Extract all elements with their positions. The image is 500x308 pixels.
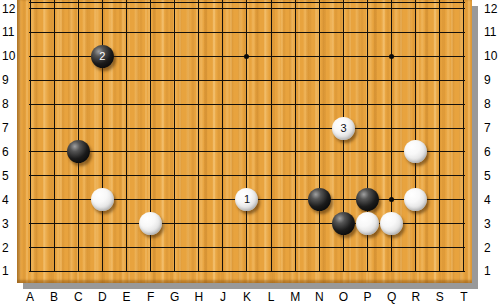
row-label-right-2: 2 xyxy=(484,242,500,254)
col-label-C: C xyxy=(67,291,89,303)
col-label-K: K xyxy=(236,291,258,303)
row-label-right-8: 8 xyxy=(484,98,500,110)
stone-white-F3 xyxy=(139,212,162,235)
col-label-L: L xyxy=(260,291,282,303)
row-label-right-1: 1 xyxy=(484,265,500,277)
grid-line-col-N xyxy=(319,0,320,272)
row-label-left-4: 4 xyxy=(2,194,17,206)
grid-line-row-5 xyxy=(29,175,464,176)
stone-white-P3 xyxy=(356,212,379,235)
grid-line-col-S xyxy=(439,0,440,272)
col-label-J: J xyxy=(212,291,234,303)
grid-line-col-G xyxy=(174,0,175,272)
row-label-right-12: 12 xyxy=(484,3,500,15)
col-label-F: F xyxy=(140,291,162,303)
grid-line-row-11 xyxy=(29,32,464,33)
row-label-right-9: 9 xyxy=(484,74,500,86)
row-label-right-5: 5 xyxy=(484,170,500,182)
row-label-left-10: 10 xyxy=(2,50,17,62)
grid-line-row-12 xyxy=(29,8,464,9)
row-label-left-12: 12 xyxy=(2,3,17,15)
col-label-T: T xyxy=(453,291,475,303)
stone-black-N4 xyxy=(308,188,331,211)
grid-line-col-B xyxy=(54,0,55,272)
grid-line-col-T xyxy=(463,0,464,272)
grid-line-row-2 xyxy=(29,247,464,248)
grid-line-col-R xyxy=(415,0,416,272)
row-label-left-6: 6 xyxy=(2,146,17,158)
col-label-E: E xyxy=(115,291,137,303)
grid-line-row-7 xyxy=(29,128,464,129)
col-label-Q: Q xyxy=(381,291,403,303)
grid-line-col-L xyxy=(271,0,272,272)
row-label-left-11: 11 xyxy=(2,26,17,38)
grid-line-col-K xyxy=(246,0,247,272)
row-label-right-6: 6 xyxy=(484,146,500,158)
stone-black-D10-move-2: 2 xyxy=(91,45,114,68)
col-label-N: N xyxy=(308,291,330,303)
move-number-label: 2 xyxy=(99,51,105,62)
row-label-right-11: 11 xyxy=(484,26,500,38)
grid-line-col-D xyxy=(102,0,103,272)
grid-line-row-9 xyxy=(29,80,464,81)
stone-black-C6 xyxy=(67,140,90,163)
row-label-left-1: 1 xyxy=(2,265,17,277)
row-label-right-7: 7 xyxy=(484,122,500,134)
row-label-left-5: 5 xyxy=(2,170,17,182)
go-diagram-page: 213 ABCDEFGHJKLMNOPQRST12121111101099887… xyxy=(0,0,500,308)
col-label-B: B xyxy=(43,291,65,303)
stone-white-O7-move-3: 3 xyxy=(332,117,355,140)
grid-line-col-A xyxy=(30,0,31,272)
grid-line-row-1 xyxy=(29,271,464,272)
grid-line-col-C xyxy=(78,0,79,272)
move-number-label: 3 xyxy=(340,123,346,134)
grid-line-col-M xyxy=(295,0,296,272)
row-label-left-3: 3 xyxy=(2,218,17,230)
star-point-Q10 xyxy=(389,54,394,59)
row-label-left-9: 9 xyxy=(2,74,17,86)
stone-black-O3 xyxy=(332,212,355,235)
col-label-H: H xyxy=(188,291,210,303)
board-top-crop-line xyxy=(29,2,464,3)
col-label-P: P xyxy=(357,291,379,303)
grid-line-row-6 xyxy=(29,151,464,152)
grid-line-col-E xyxy=(126,0,127,272)
row-label-right-4: 4 xyxy=(484,194,500,206)
col-label-O: O xyxy=(332,291,354,303)
grid-line-col-J xyxy=(222,0,223,272)
col-label-D: D xyxy=(91,291,113,303)
col-label-G: G xyxy=(164,291,186,303)
row-label-right-3: 3 xyxy=(484,218,500,230)
row-label-left-7: 7 xyxy=(2,122,17,134)
stone-white-D4 xyxy=(91,188,114,211)
col-label-A: A xyxy=(19,291,41,303)
col-label-S: S xyxy=(429,291,451,303)
row-label-left-8: 8 xyxy=(2,98,17,110)
col-label-R: R xyxy=(405,291,427,303)
move-number-label: 1 xyxy=(244,194,250,205)
grid-line-row-8 xyxy=(29,104,464,105)
row-label-left-2: 2 xyxy=(2,242,17,254)
row-label-right-10: 10 xyxy=(484,50,500,62)
col-label-M: M xyxy=(284,291,306,303)
grid-line-col-H xyxy=(198,0,199,272)
